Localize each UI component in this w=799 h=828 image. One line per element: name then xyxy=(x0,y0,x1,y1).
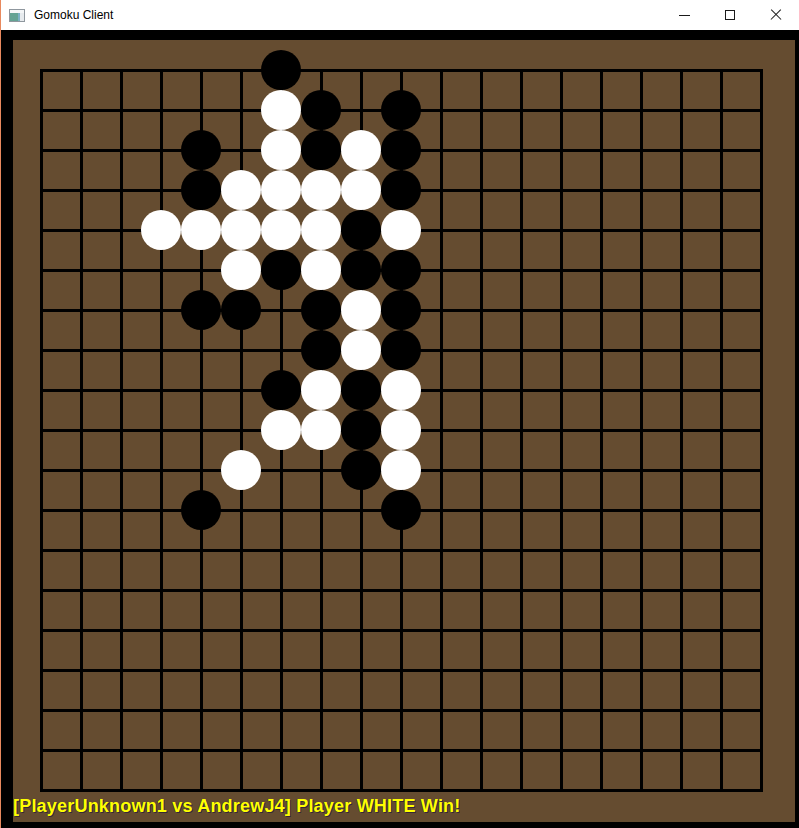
maximize-button[interactable] xyxy=(707,0,753,30)
window-title: Gomoku Client xyxy=(34,8,113,22)
black-stone xyxy=(381,330,421,370)
black-stone xyxy=(341,370,381,410)
white-stone xyxy=(341,170,381,210)
maximize-icon xyxy=(725,10,735,20)
white-stone xyxy=(141,210,181,250)
black-stone xyxy=(261,250,301,290)
black-stone xyxy=(181,170,221,210)
white-stone xyxy=(261,130,301,170)
black-stone xyxy=(381,170,421,210)
black-stone xyxy=(221,290,261,330)
close-icon xyxy=(770,9,782,21)
close-button[interactable] xyxy=(753,0,799,30)
white-stone xyxy=(341,290,381,330)
white-stone xyxy=(261,90,301,130)
minimize-button[interactable] xyxy=(661,0,707,30)
black-stone xyxy=(381,250,421,290)
white-stone xyxy=(301,210,341,250)
gomoku-app-icon xyxy=(9,9,25,22)
black-stone xyxy=(341,450,381,490)
status-message: [PlayerUnknown1 vs AndrewJ4] Player WHIT… xyxy=(13,796,783,817)
white-stone xyxy=(381,450,421,490)
window-controls xyxy=(661,0,799,30)
white-stone xyxy=(381,410,421,450)
black-stone xyxy=(381,290,421,330)
white-stone xyxy=(261,210,301,250)
goban[interactable] xyxy=(13,40,795,822)
white-stone xyxy=(181,210,221,250)
black-stone xyxy=(341,410,381,450)
white-stone xyxy=(261,170,301,210)
white-stone xyxy=(221,170,261,210)
black-stone xyxy=(301,90,341,130)
black-stone xyxy=(261,370,301,410)
titlebar: Gomoku Client xyxy=(1,0,799,30)
black-stone xyxy=(181,130,221,170)
gomoku-client-window: Gomoku Client [PlayerUnknown1 vs AndrewJ… xyxy=(0,0,799,828)
white-stone xyxy=(381,210,421,250)
white-stone xyxy=(381,370,421,410)
black-stone xyxy=(301,290,341,330)
stones-layer xyxy=(13,40,795,822)
black-stone xyxy=(181,490,221,530)
white-stone xyxy=(301,410,341,450)
black-stone xyxy=(301,330,341,370)
white-stone xyxy=(301,370,341,410)
white-stone xyxy=(221,210,261,250)
black-stone xyxy=(381,130,421,170)
white-stone xyxy=(341,130,381,170)
black-stone xyxy=(301,130,341,170)
white-stone xyxy=(221,250,261,290)
white-stone xyxy=(301,170,341,210)
black-stone xyxy=(341,250,381,290)
white-stone xyxy=(341,330,381,370)
black-stone xyxy=(341,210,381,250)
black-stone xyxy=(381,490,421,530)
board-frame: [PlayerUnknown1 vs AndrewJ4] Player WHIT… xyxy=(1,30,799,828)
minimize-icon xyxy=(679,15,690,16)
black-stone xyxy=(181,290,221,330)
white-stone xyxy=(301,250,341,290)
white-stone xyxy=(261,410,301,450)
white-stone xyxy=(221,450,261,490)
black-stone xyxy=(381,90,421,130)
black-stone xyxy=(261,50,301,90)
